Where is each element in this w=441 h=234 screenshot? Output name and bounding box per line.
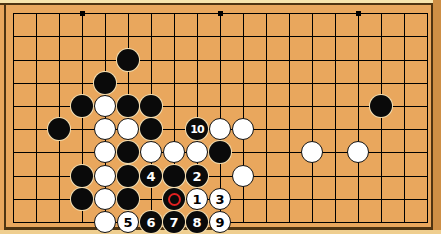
grid-vline xyxy=(358,13,359,223)
white-stone xyxy=(209,118,231,140)
black-stone xyxy=(163,165,185,187)
white-stone xyxy=(232,165,254,187)
move-number: 1 xyxy=(192,192,201,205)
move-3-stone: 3 xyxy=(209,188,231,210)
black-stone xyxy=(209,141,231,163)
black-stone xyxy=(140,95,162,117)
black-stone xyxy=(117,188,139,210)
grid-vline xyxy=(13,13,14,223)
white-stone xyxy=(94,118,116,140)
black-stone xyxy=(48,118,70,140)
white-stone xyxy=(347,141,369,163)
black-stone xyxy=(71,165,93,187)
move-number: 6 xyxy=(146,215,155,228)
board-frame-right-edge xyxy=(431,3,433,230)
move-number: 8 xyxy=(192,215,201,228)
white-stone xyxy=(232,118,254,140)
move-9-stone: 9 xyxy=(209,211,231,233)
move-2-stone: 2 xyxy=(186,165,208,187)
black-stone xyxy=(117,49,139,71)
board-frame-right-strip xyxy=(433,0,441,234)
white-stone xyxy=(94,165,116,187)
move-1-stone: 1 xyxy=(186,188,208,210)
board-frame-left-edge xyxy=(4,3,6,232)
grid-vline xyxy=(427,13,428,223)
white-stone xyxy=(94,211,116,233)
white-stone xyxy=(301,141,323,163)
white-stone xyxy=(163,141,185,163)
white-stone xyxy=(94,141,116,163)
move-number: 4 xyxy=(146,169,155,182)
grid-vline xyxy=(335,13,336,223)
white-stone xyxy=(186,141,208,163)
black-stone xyxy=(140,118,162,140)
grid-vline xyxy=(312,13,313,223)
grid-vline xyxy=(381,13,382,223)
move-number: 2 xyxy=(192,169,201,182)
move-4-stone: 4 xyxy=(140,165,162,187)
move-number: 10 xyxy=(190,123,203,134)
move-10-stone: 10 xyxy=(186,118,208,140)
white-stone xyxy=(94,188,116,210)
black-stone xyxy=(71,95,93,117)
move-6-stone: 6 xyxy=(140,211,162,233)
black-stone xyxy=(117,95,139,117)
marked-stone xyxy=(163,188,185,210)
move-number: 3 xyxy=(215,192,224,205)
grid-vline xyxy=(289,13,290,223)
move-number: 5 xyxy=(123,215,132,228)
star-point xyxy=(356,11,361,16)
black-stone xyxy=(370,95,392,117)
black-stone xyxy=(117,141,139,163)
white-stone xyxy=(117,118,139,140)
grid-vline xyxy=(36,13,37,223)
black-stone xyxy=(94,72,116,94)
move-number: 9 xyxy=(215,215,224,228)
white-stone xyxy=(140,141,162,163)
board-frame-top-edge xyxy=(0,3,441,5)
move-5-stone: 5 xyxy=(117,211,139,233)
white-stone xyxy=(94,95,116,117)
move-8-stone: 8 xyxy=(186,211,208,233)
grid-vline xyxy=(404,13,405,223)
black-stone xyxy=(117,165,139,187)
star-point xyxy=(80,11,85,16)
star-point xyxy=(218,11,223,16)
black-stone xyxy=(71,188,93,210)
circle-marker-icon xyxy=(168,193,181,206)
go-board-diagram: 10421356789 xyxy=(0,0,441,234)
move-7-stone: 7 xyxy=(163,211,185,233)
grid-vline xyxy=(266,13,267,223)
move-number: 7 xyxy=(169,215,178,228)
